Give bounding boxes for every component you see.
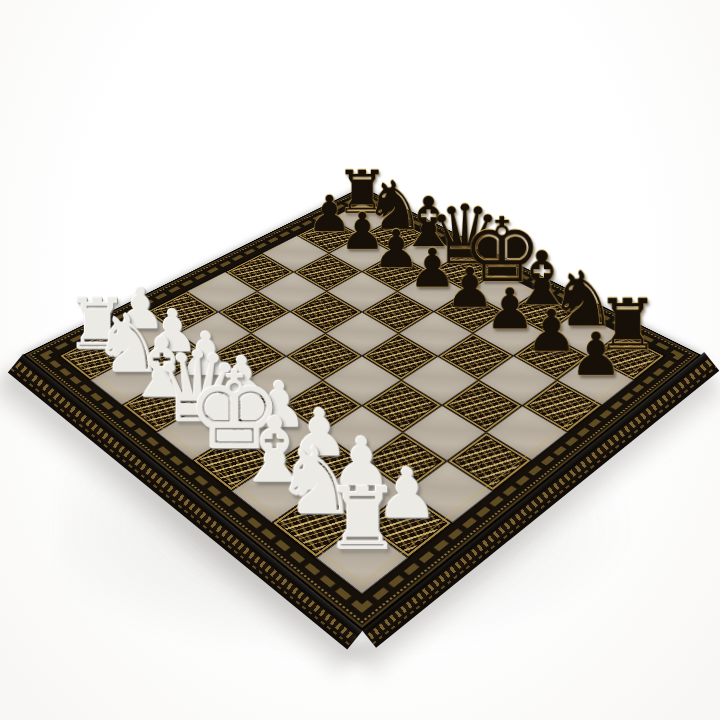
product-photo-scene: ♜♞♝♛♚♝♞♜♟♟♟♟♟♟♟♟♟♟♟♟♟♟♟♟♜♞♝♛♚♝♞♜ — [0, 0, 720, 720]
white-rook-h1[interactable]: ♜ — [323, 476, 401, 562]
square-b5[interactable] — [257, 272, 327, 312]
square-a6[interactable] — [262, 235, 329, 271]
square-h7[interactable]: ♟ — [557, 356, 635, 405]
square-c6[interactable] — [327, 272, 397, 312]
square-a5[interactable] — [225, 253, 293, 291]
square-h4[interactable] — [447, 432, 532, 491]
square-h1[interactable]: ♜ — [315, 523, 408, 594]
square-b6[interactable] — [294, 253, 362, 291]
black-pawn-h7[interactable]: ♟ — [569, 324, 623, 384]
